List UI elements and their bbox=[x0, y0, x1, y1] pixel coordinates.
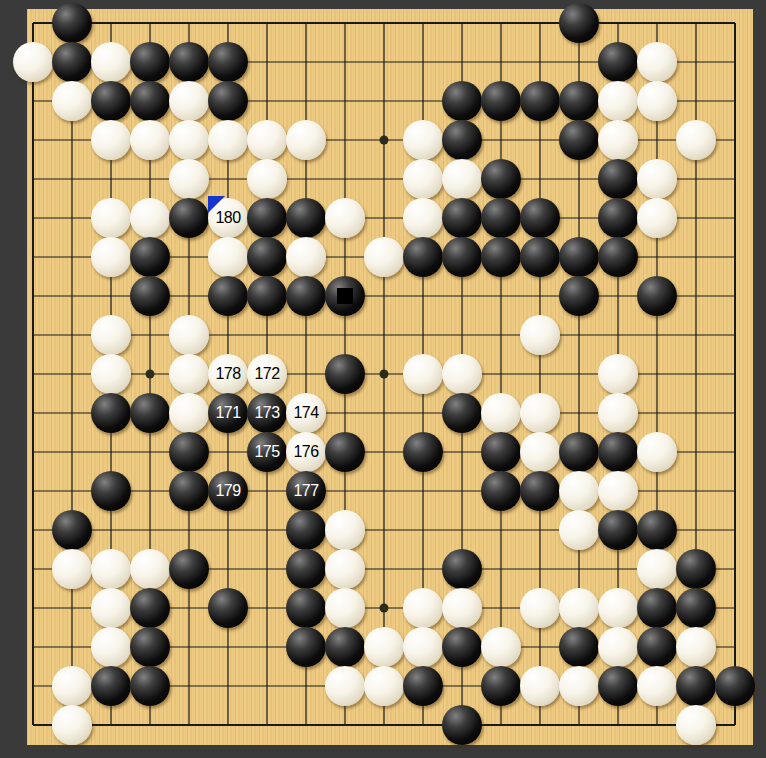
white-stone bbox=[91, 237, 131, 277]
white-stone bbox=[520, 432, 560, 472]
black-stone bbox=[520, 237, 560, 277]
black-stone bbox=[130, 81, 170, 121]
white-stone bbox=[169, 159, 209, 199]
black-stone bbox=[598, 42, 638, 82]
black-stone bbox=[520, 198, 560, 238]
white-stone bbox=[364, 627, 404, 667]
black-stone bbox=[325, 276, 365, 316]
black-stone bbox=[52, 3, 92, 43]
black-stone bbox=[130, 666, 170, 706]
black-stone bbox=[442, 198, 482, 238]
white-stone bbox=[169, 393, 209, 433]
black-stone bbox=[169, 198, 209, 238]
hoshi-point bbox=[380, 370, 389, 379]
white-stone bbox=[403, 159, 443, 199]
move-number-label: 173 bbox=[247, 393, 287, 433]
white-stone bbox=[442, 354, 482, 394]
white-stone: 178 bbox=[208, 354, 248, 394]
white-stone bbox=[598, 471, 638, 511]
black-stone bbox=[286, 627, 326, 667]
black-stone bbox=[247, 276, 287, 316]
black-stone bbox=[481, 666, 521, 706]
white-stone bbox=[91, 588, 131, 628]
move-number-label: 174 bbox=[286, 393, 326, 433]
hoshi-point bbox=[380, 136, 389, 145]
black-stone bbox=[442, 627, 482, 667]
white-stone bbox=[169, 120, 209, 160]
white-stone bbox=[325, 510, 365, 550]
black-stone bbox=[481, 198, 521, 238]
black-stone bbox=[559, 276, 599, 316]
white-stone bbox=[169, 81, 209, 121]
goban[interactable]: 180178172171173174175176179177 bbox=[27, 9, 753, 745]
white-stone bbox=[91, 315, 131, 355]
white-stone bbox=[637, 549, 677, 589]
black-stone bbox=[637, 627, 677, 667]
black-stone bbox=[286, 510, 326, 550]
white-stone bbox=[91, 198, 131, 238]
white-stone bbox=[676, 120, 716, 160]
white-stone bbox=[598, 627, 638, 667]
white-stone bbox=[637, 42, 677, 82]
black-stone bbox=[91, 81, 131, 121]
white-stone bbox=[286, 237, 326, 277]
white-stone bbox=[403, 120, 443, 160]
black-stone bbox=[481, 432, 521, 472]
white-stone bbox=[403, 198, 443, 238]
move-number-label: 178 bbox=[208, 354, 248, 394]
white-stone bbox=[403, 354, 443, 394]
black-stone bbox=[598, 510, 638, 550]
black-stone bbox=[208, 588, 248, 628]
black-stone bbox=[169, 432, 209, 472]
black-stone bbox=[403, 237, 443, 277]
black-stone bbox=[676, 666, 716, 706]
white-stone bbox=[325, 549, 365, 589]
black-stone bbox=[637, 510, 677, 550]
white-stone bbox=[403, 588, 443, 628]
white-stone bbox=[130, 549, 170, 589]
black-stone bbox=[130, 237, 170, 277]
hoshi-point bbox=[380, 604, 389, 613]
white-stone bbox=[208, 237, 248, 277]
white-stone bbox=[208, 120, 248, 160]
black-stone bbox=[442, 81, 482, 121]
white-stone bbox=[169, 315, 209, 355]
black-stone: 175 bbox=[247, 432, 287, 472]
black-stone bbox=[130, 276, 170, 316]
black-stone bbox=[637, 588, 677, 628]
white-stone bbox=[403, 627, 443, 667]
black-stone bbox=[130, 627, 170, 667]
white-stone bbox=[520, 393, 560, 433]
white-stone bbox=[598, 393, 638, 433]
black-stone bbox=[286, 549, 326, 589]
black-stone bbox=[598, 432, 638, 472]
black-stone bbox=[91, 666, 131, 706]
white-stone bbox=[442, 588, 482, 628]
black-stone bbox=[403, 432, 443, 472]
black-stone: 171 bbox=[208, 393, 248, 433]
black-stone bbox=[286, 588, 326, 628]
black-stone bbox=[559, 81, 599, 121]
white-stone bbox=[247, 120, 287, 160]
white-stone bbox=[325, 198, 365, 238]
white-stone bbox=[91, 549, 131, 589]
white-stone bbox=[559, 666, 599, 706]
white-stone bbox=[559, 588, 599, 628]
black-stone bbox=[442, 120, 482, 160]
app-window: 180178172171173174175176179177 bbox=[0, 0, 766, 758]
black-stone bbox=[169, 549, 209, 589]
white-stone bbox=[364, 237, 404, 277]
black-stone bbox=[208, 42, 248, 82]
black-stone bbox=[91, 471, 131, 511]
white-stone bbox=[325, 588, 365, 628]
white-stone bbox=[637, 159, 677, 199]
white-stone bbox=[91, 627, 131, 667]
move-number-label: 171 bbox=[208, 393, 248, 433]
black-stone bbox=[325, 627, 365, 667]
white-stone bbox=[481, 393, 521, 433]
black-stone bbox=[520, 81, 560, 121]
black-stone bbox=[559, 237, 599, 277]
white-stone bbox=[481, 627, 521, 667]
black-stone bbox=[481, 159, 521, 199]
black-stone bbox=[442, 549, 482, 589]
white-stone bbox=[13, 42, 53, 82]
white-stone bbox=[559, 471, 599, 511]
white-stone bbox=[442, 159, 482, 199]
black-stone bbox=[598, 159, 638, 199]
white-stone: 176 bbox=[286, 432, 326, 472]
black-stone bbox=[481, 471, 521, 511]
white-stone bbox=[52, 666, 92, 706]
white-stone bbox=[598, 588, 638, 628]
black-stone bbox=[130, 588, 170, 628]
black-stone bbox=[247, 237, 287, 277]
black-stone bbox=[442, 237, 482, 277]
white-stone bbox=[676, 627, 716, 667]
white-stone bbox=[598, 120, 638, 160]
white-stone bbox=[637, 666, 677, 706]
white-stone bbox=[52, 549, 92, 589]
black-stone bbox=[559, 120, 599, 160]
white-stone: 180 bbox=[208, 198, 248, 238]
black-stone bbox=[403, 666, 443, 706]
white-stone bbox=[286, 120, 326, 160]
black-stone bbox=[208, 81, 248, 121]
black-stone bbox=[598, 666, 638, 706]
black-stone bbox=[52, 510, 92, 550]
black-stone bbox=[169, 471, 209, 511]
black-stone bbox=[559, 3, 599, 43]
move-number-label: 177 bbox=[286, 471, 326, 511]
black-stone bbox=[91, 393, 131, 433]
white-stone bbox=[91, 354, 131, 394]
black-stone: 179 bbox=[208, 471, 248, 511]
white-stone bbox=[520, 315, 560, 355]
black-stone bbox=[715, 666, 755, 706]
white-stone bbox=[676, 705, 716, 745]
white-stone bbox=[637, 198, 677, 238]
white-stone bbox=[637, 81, 677, 121]
black-stone bbox=[598, 237, 638, 277]
white-stone bbox=[91, 42, 131, 82]
triangle-marker bbox=[208, 196, 225, 213]
move-number-label: 175 bbox=[247, 432, 287, 472]
black-stone bbox=[676, 588, 716, 628]
white-stone: 174 bbox=[286, 393, 326, 433]
black-stone bbox=[169, 42, 209, 82]
white-stone bbox=[325, 666, 365, 706]
white-stone bbox=[637, 432, 677, 472]
square-marker bbox=[337, 288, 353, 304]
black-stone bbox=[130, 393, 170, 433]
white-stone bbox=[559, 510, 599, 550]
white-stone bbox=[130, 120, 170, 160]
black-stone: 173 bbox=[247, 393, 287, 433]
white-stone bbox=[247, 159, 287, 199]
black-stone bbox=[598, 198, 638, 238]
move-number-label: 172 bbox=[247, 354, 287, 394]
black-stone bbox=[325, 354, 365, 394]
white-stone bbox=[364, 666, 404, 706]
white-stone bbox=[520, 588, 560, 628]
black-stone bbox=[286, 276, 326, 316]
move-number-label: 179 bbox=[208, 471, 248, 511]
black-stone bbox=[52, 42, 92, 82]
black-stone bbox=[481, 237, 521, 277]
black-stone bbox=[559, 432, 599, 472]
white-stone: 172 bbox=[247, 354, 287, 394]
black-stone: 177 bbox=[286, 471, 326, 511]
black-stone bbox=[247, 198, 287, 238]
white-stone bbox=[169, 354, 209, 394]
white-stone bbox=[91, 120, 131, 160]
black-stone bbox=[559, 627, 599, 667]
white-stone bbox=[520, 666, 560, 706]
white-stone bbox=[130, 198, 170, 238]
move-number-label: 176 bbox=[286, 432, 326, 472]
black-stone bbox=[286, 198, 326, 238]
white-stone bbox=[52, 81, 92, 121]
black-stone bbox=[481, 81, 521, 121]
white-stone bbox=[598, 81, 638, 121]
black-stone bbox=[130, 42, 170, 82]
black-stone bbox=[637, 276, 677, 316]
white-stone bbox=[598, 354, 638, 394]
white-stone bbox=[52, 705, 92, 745]
black-stone bbox=[208, 276, 248, 316]
hoshi-point bbox=[146, 370, 155, 379]
black-stone bbox=[676, 549, 716, 589]
black-stone bbox=[520, 471, 560, 511]
black-stone bbox=[442, 393, 482, 433]
black-stone bbox=[442, 705, 482, 745]
black-stone bbox=[325, 432, 365, 472]
